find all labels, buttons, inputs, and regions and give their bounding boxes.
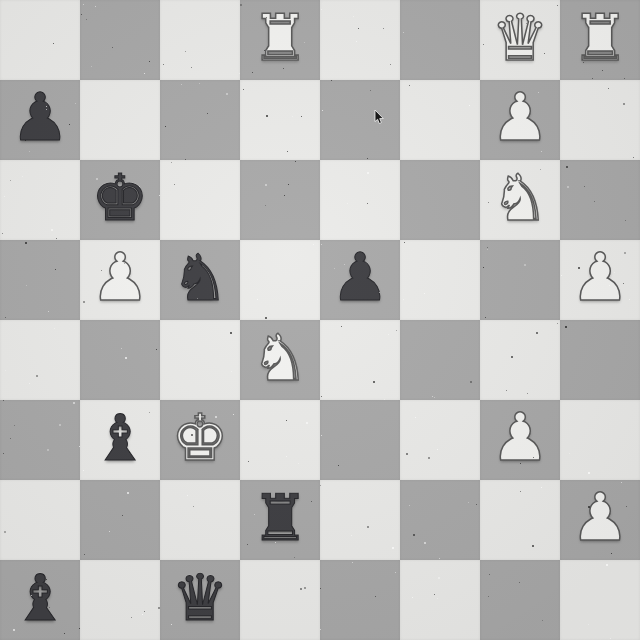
square-f3[interactable]	[400, 400, 480, 480]
black-king-b6[interactable]: ♚	[91, 166, 148, 230]
white-rook-d8[interactable]: ♜	[251, 6, 308, 70]
black-bishop-a1[interactable]: ♝	[11, 566, 68, 630]
square-c7[interactable]	[160, 80, 240, 160]
square-b1[interactable]	[80, 560, 160, 640]
black-pawn-a7[interactable]: ♟	[10, 85, 69, 151]
white-queen-g8[interactable]: ♛	[491, 6, 548, 70]
square-d7[interactable]	[240, 80, 320, 160]
square-a5[interactable]	[0, 240, 80, 320]
square-a7[interactable]: ♟	[0, 80, 80, 160]
square-c5[interactable]: ♞	[160, 240, 240, 320]
white-pawn-g7[interactable]: ♟	[490, 85, 549, 151]
white-pawn-h2[interactable]: ♟	[570, 485, 629, 551]
square-g3[interactable]: ♟	[480, 400, 560, 480]
square-g8[interactable]: ♛	[480, 0, 560, 80]
square-a6[interactable]	[0, 160, 80, 240]
square-c4[interactable]	[160, 320, 240, 400]
square-f8[interactable]	[400, 0, 480, 80]
square-g5[interactable]	[480, 240, 560, 320]
white-rook-h8[interactable]: ♜	[571, 6, 628, 70]
square-h1[interactable]	[560, 560, 640, 640]
square-g6[interactable]: ♞	[480, 160, 560, 240]
square-f4[interactable]	[400, 320, 480, 400]
square-d2[interactable]: ♜	[240, 480, 320, 560]
square-c2[interactable]	[160, 480, 240, 560]
square-h5[interactable]: ♟	[560, 240, 640, 320]
white-knight-g6[interactable]: ♞	[491, 166, 548, 230]
square-f6[interactable]	[400, 160, 480, 240]
black-bishop-b3[interactable]: ♝	[91, 406, 148, 470]
square-b4[interactable]	[80, 320, 160, 400]
square-e1[interactable]	[320, 560, 400, 640]
square-f2[interactable]	[400, 480, 480, 560]
square-h8[interactable]: ♜	[560, 0, 640, 80]
square-c8[interactable]	[160, 0, 240, 80]
white-knight-d4[interactable]: ♞	[251, 326, 308, 390]
square-c6[interactable]	[160, 160, 240, 240]
square-e8[interactable]	[320, 0, 400, 80]
square-g7[interactable]: ♟	[480, 80, 560, 160]
square-d3[interactable]	[240, 400, 320, 480]
square-h6[interactable]	[560, 160, 640, 240]
square-e2[interactable]	[320, 480, 400, 560]
square-e4[interactable]	[320, 320, 400, 400]
square-f5[interactable]	[400, 240, 480, 320]
square-b6[interactable]: ♚	[80, 160, 160, 240]
square-d4[interactable]: ♞	[240, 320, 320, 400]
square-b3[interactable]: ♝	[80, 400, 160, 480]
square-c1[interactable]: ♛	[160, 560, 240, 640]
chessboard-photo: ♜♛♜♟♟♚♞♟♞♟♟♞♝♚♟♜♟♝♛	[0, 0, 640, 640]
square-e3[interactable]	[320, 400, 400, 480]
board-grid: ♜♛♜♟♟♚♞♟♞♟♟♞♝♚♟♜♟♝♛	[0, 0, 640, 640]
square-a2[interactable]	[0, 480, 80, 560]
black-rook-d2[interactable]: ♜	[251, 486, 308, 550]
square-e5[interactable]: ♟	[320, 240, 400, 320]
white-pawn-b5[interactable]: ♟	[90, 245, 149, 311]
square-e7[interactable]	[320, 80, 400, 160]
square-g1[interactable]	[480, 560, 560, 640]
square-c3[interactable]: ♚	[160, 400, 240, 480]
square-e6[interactable]	[320, 160, 400, 240]
square-b5[interactable]: ♟	[80, 240, 160, 320]
square-h3[interactable]	[560, 400, 640, 480]
square-a8[interactable]	[0, 0, 80, 80]
square-a1[interactable]: ♝	[0, 560, 80, 640]
white-pawn-g3[interactable]: ♟	[490, 405, 549, 471]
black-pawn-e5[interactable]: ♟	[330, 245, 389, 311]
square-g4[interactable]	[480, 320, 560, 400]
white-king-c3[interactable]: ♚	[171, 406, 228, 470]
square-h2[interactable]: ♟	[560, 480, 640, 560]
square-h4[interactable]	[560, 320, 640, 400]
square-d6[interactable]	[240, 160, 320, 240]
square-d1[interactable]	[240, 560, 320, 640]
square-f1[interactable]	[400, 560, 480, 640]
black-queen-c1[interactable]: ♛	[171, 566, 228, 630]
square-b8[interactable]	[80, 0, 160, 80]
square-g2[interactable]	[480, 480, 560, 560]
square-d8[interactable]: ♜	[240, 0, 320, 80]
square-b7[interactable]	[80, 80, 160, 160]
square-f7[interactable]	[400, 80, 480, 160]
white-pawn-h5[interactable]: ♟	[570, 245, 629, 311]
square-h7[interactable]	[560, 80, 640, 160]
square-a3[interactable]	[0, 400, 80, 480]
square-b2[interactable]	[80, 480, 160, 560]
square-a4[interactable]	[0, 320, 80, 400]
black-knight-c5[interactable]: ♞	[171, 246, 228, 310]
square-d5[interactable]	[240, 240, 320, 320]
